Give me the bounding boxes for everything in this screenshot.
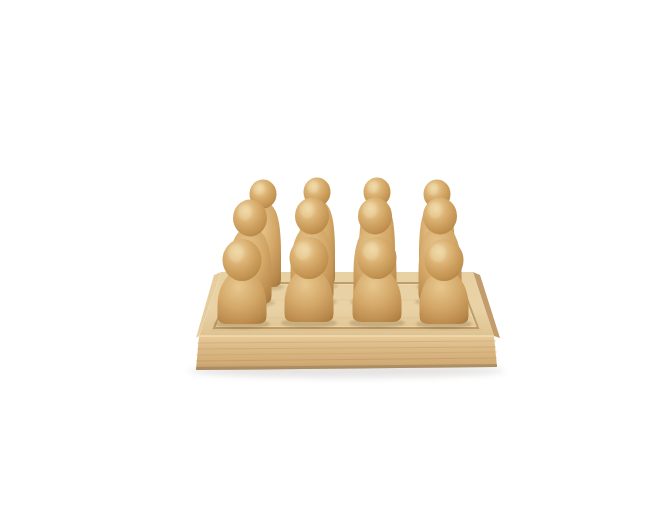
peg-r3-c4[interactable] [420,239,469,324]
peg-r3-c1[interactable] [218,239,267,324]
peg-r3-c3[interactable] [353,237,402,322]
product-photo-scene: use { color: inherit; } g[data-name="peg… [0,0,650,530]
peg-board-scene-svg: use { color: inherit; } g[data-name="peg… [0,0,650,530]
peg-r3-c2[interactable] [285,237,334,322]
